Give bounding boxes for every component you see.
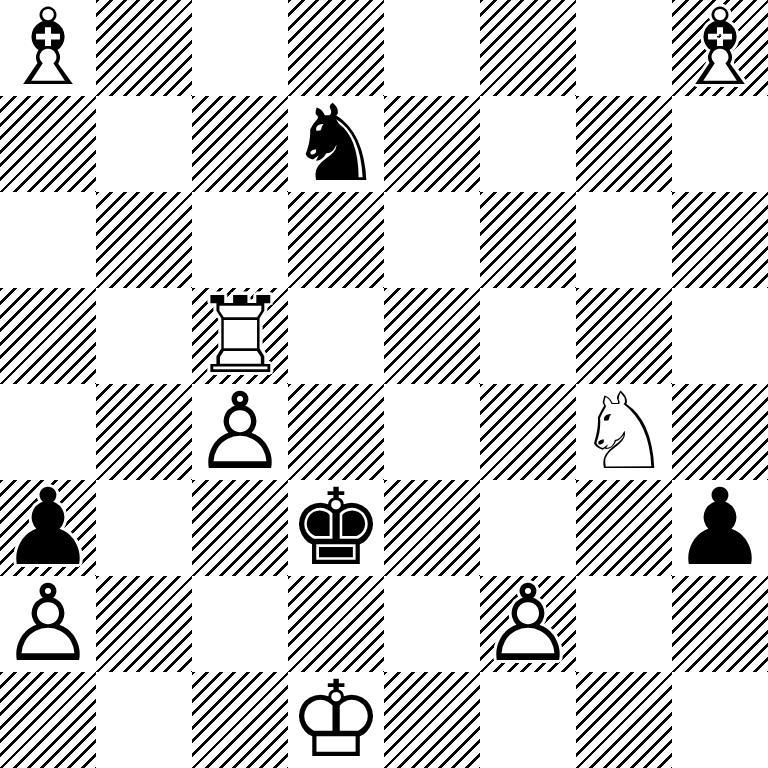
square-f1[interactable] [480, 672, 576, 768]
square-b3[interactable] [96, 480, 192, 576]
square-e1[interactable] [384, 672, 480, 768]
piece-halo: ♟︎ [192, 379, 288, 485]
white-pawn-icon: ♙ [0, 571, 96, 677]
square-e2[interactable] [384, 576, 480, 672]
square-e7[interactable] [384, 96, 480, 192]
piece-black-pawn[interactable]: ♟︎♟︎ [672, 480, 768, 576]
square-f3[interactable] [480, 480, 576, 576]
piece-halo: ♟︎ [0, 571, 96, 677]
square-c5[interactable]: ♜♖ [192, 288, 288, 384]
square-b7[interactable] [96, 96, 192, 192]
square-d4[interactable] [288, 384, 384, 480]
piece-black-knight[interactable]: ♞♞ [288, 96, 384, 192]
piece-halo: ♞ [288, 91, 384, 197]
square-d2[interactable] [288, 576, 384, 672]
square-f7[interactable] [480, 96, 576, 192]
square-d6[interactable] [288, 192, 384, 288]
square-a5[interactable] [0, 288, 96, 384]
piece-halo: ♟︎ [672, 475, 768, 581]
square-d8[interactable] [288, 0, 384, 96]
square-b4[interactable] [96, 384, 192, 480]
square-b1[interactable] [96, 672, 192, 768]
square-g2[interactable] [576, 576, 672, 672]
square-d3[interactable]: ♚♚ [288, 480, 384, 576]
square-b2[interactable] [96, 576, 192, 672]
square-e8[interactable] [384, 0, 480, 96]
square-g3[interactable] [576, 480, 672, 576]
white-pawn-icon: ♙ [192, 379, 288, 485]
square-e3[interactable] [384, 480, 480, 576]
piece-halo: ♝ [0, 0, 96, 101]
piece-halo: ♝ [672, 0, 768, 101]
square-g1[interactable] [576, 672, 672, 768]
square-c2[interactable] [192, 576, 288, 672]
piece-halo: ♟︎ [0, 475, 96, 581]
square-c7[interactable] [192, 96, 288, 192]
square-b8[interactable] [96, 0, 192, 96]
square-f2[interactable]: ♟︎♙ [480, 576, 576, 672]
square-d7[interactable]: ♞♞ [288, 96, 384, 192]
piece-white-pawn[interactable]: ♟︎♙ [192, 384, 288, 480]
square-f6[interactable] [480, 192, 576, 288]
square-c1[interactable] [192, 672, 288, 768]
piece-white-pawn[interactable]: ♟︎♙ [0, 576, 96, 672]
piece-white-king[interactable]: ♚♔ [288, 672, 384, 768]
square-b6[interactable] [96, 192, 192, 288]
square-b5[interactable] [96, 288, 192, 384]
piece-halo: ♜ [192, 283, 288, 389]
piece-halo: ♚ [288, 475, 384, 581]
square-h1[interactable] [672, 672, 768, 768]
square-h7[interactable] [672, 96, 768, 192]
square-h4[interactable] [672, 384, 768, 480]
square-g8[interactable] [576, 0, 672, 96]
piece-white-knight[interactable]: ♞♘ [576, 384, 672, 480]
square-f4[interactable] [480, 384, 576, 480]
white-pawn-icon: ♙ [480, 571, 576, 677]
white-rook-icon: ♖ [192, 283, 288, 389]
square-a6[interactable] [0, 192, 96, 288]
square-a7[interactable] [0, 96, 96, 192]
square-g7[interactable] [576, 96, 672, 192]
square-g6[interactable] [576, 192, 672, 288]
white-king-icon: ♔ [288, 667, 384, 768]
piece-black-pawn[interactable]: ♟︎♟︎ [0, 480, 96, 576]
black-king-icon: ♚ [288, 475, 384, 581]
square-f8[interactable] [480, 0, 576, 96]
square-c3[interactable] [192, 480, 288, 576]
square-d1[interactable]: ♚♔ [288, 672, 384, 768]
square-h8[interactable]: ♝♗ [672, 0, 768, 96]
piece-halo: ♞ [576, 379, 672, 485]
black-pawn-icon: ♟︎ [672, 475, 768, 581]
square-c8[interactable] [192, 0, 288, 96]
square-h2[interactable] [672, 576, 768, 672]
square-a1[interactable] [0, 672, 96, 768]
square-h5[interactable] [672, 288, 768, 384]
piece-black-king[interactable]: ♚♚ [288, 480, 384, 576]
white-knight-icon: ♘ [576, 379, 672, 485]
square-g5[interactable] [576, 288, 672, 384]
square-h6[interactable] [672, 192, 768, 288]
white-bishop-icon: ♗ [0, 0, 96, 101]
piece-halo: ♟︎ [480, 571, 576, 677]
square-g4[interactable]: ♞♘ [576, 384, 672, 480]
chess-board: ♝♗♝♗♞♞♜♖♟︎♙♞♘♟︎♟︎♚♚♟︎♟︎♟︎♙♟︎♙♚♔ [0, 0, 768, 768]
piece-white-bishop[interactable]: ♝♗ [0, 0, 96, 96]
square-f5[interactable] [480, 288, 576, 384]
white-bishop-icon: ♗ [672, 0, 768, 101]
piece-white-bishop[interactable]: ♝♗ [672, 0, 768, 96]
square-e6[interactable] [384, 192, 480, 288]
square-c6[interactable] [192, 192, 288, 288]
piece-white-rook[interactable]: ♜♖ [192, 288, 288, 384]
square-a2[interactable]: ♟︎♙ [0, 576, 96, 672]
square-e5[interactable] [384, 288, 480, 384]
square-c4[interactable]: ♟︎♙ [192, 384, 288, 480]
piece-white-pawn[interactable]: ♟︎♙ [480, 576, 576, 672]
black-pawn-icon: ♟︎ [0, 475, 96, 581]
square-a8[interactable]: ♝♗ [0, 0, 96, 96]
square-e4[interactable] [384, 384, 480, 480]
black-knight-icon: ♞ [288, 91, 384, 197]
square-d5[interactable] [288, 288, 384, 384]
square-h3[interactable]: ♟︎♟︎ [672, 480, 768, 576]
square-a3[interactable]: ♟︎♟︎ [0, 480, 96, 576]
piece-halo: ♚ [288, 667, 384, 768]
square-a4[interactable] [0, 384, 96, 480]
